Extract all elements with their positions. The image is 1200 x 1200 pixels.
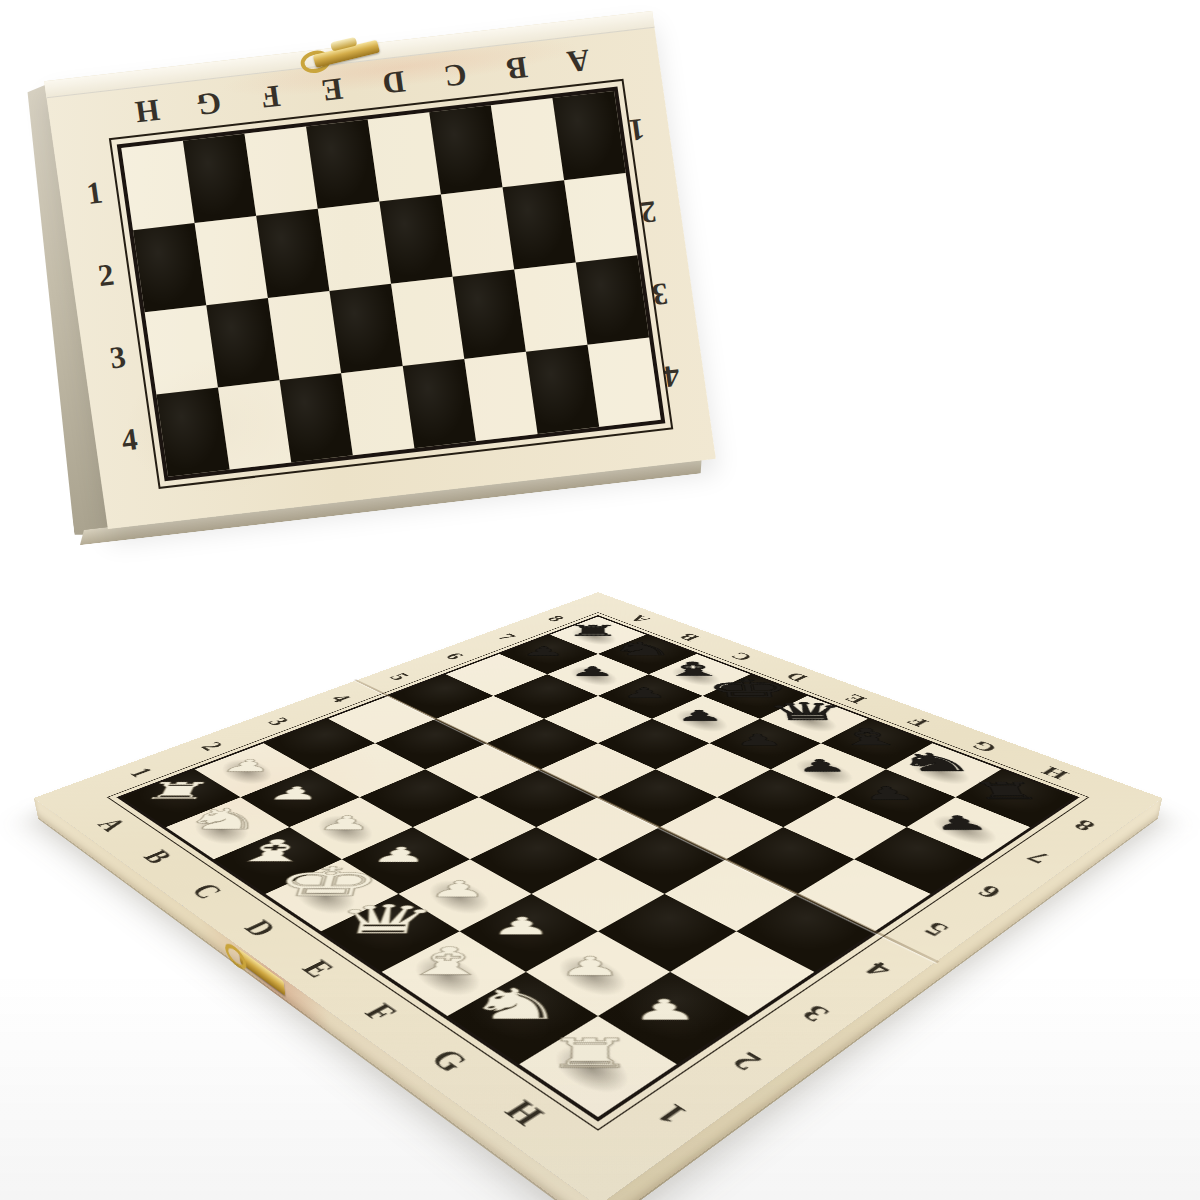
box-square-r2c6 bbox=[441, 187, 514, 276]
piece-shadow bbox=[612, 987, 723, 1055]
piece-shadow bbox=[335, 907, 434, 964]
piece-shadow bbox=[412, 871, 508, 924]
box-square-r3c5 bbox=[391, 277, 464, 366]
square-g3 bbox=[598, 894, 736, 972]
piece-white-pawn-d2: ♟ bbox=[321, 847, 477, 863]
box-file-label-G: G bbox=[175, 81, 242, 126]
piece-black-pawn-e7: ♟ bbox=[692, 734, 827, 746]
piece-white-bishop-c1: ♝ bbox=[193, 839, 353, 863]
square-e3 bbox=[470, 827, 598, 894]
square-d1: ♚ bbox=[265, 859, 398, 931]
square-f2: ♟ bbox=[460, 894, 598, 972]
box-square-r1c4 bbox=[306, 119, 379, 208]
square-g6 bbox=[783, 797, 906, 859]
square-f4 bbox=[598, 827, 726, 894]
box-square-r1c5 bbox=[368, 112, 441, 201]
box-square-r2c3 bbox=[256, 209, 329, 298]
box-square-r3c1 bbox=[145, 305, 218, 394]
square-c2: ♟ bbox=[289, 797, 412, 859]
piece-black-pawn-b7: ♟ bbox=[532, 666, 653, 676]
piece-white-pawn-f2: ♟ bbox=[438, 917, 604, 936]
box-square-r2c1 bbox=[133, 223, 206, 312]
box-rank-label-left-2: 2 bbox=[82, 232, 129, 318]
piece-white-queen-e1: ♛ bbox=[299, 904, 469, 935]
box-square-r3c8 bbox=[576, 255, 649, 344]
box-square-r1c3 bbox=[244, 127, 317, 216]
box-square-r4c5 bbox=[403, 359, 476, 448]
square-h2: ♟ bbox=[598, 972, 749, 1064]
square-g4 bbox=[665, 859, 798, 931]
piece-white-knight-g1: ♞ bbox=[424, 988, 604, 1021]
chess-set-photo: HGFEDCBA 1234 1234 ABCDEFGH ABCDEFGH 876… bbox=[0, 0, 1200, 1200]
piece-white-pawn-e2: ♟ bbox=[377, 880, 537, 897]
piece-white-king-d1: ♚ bbox=[244, 866, 410, 897]
square-c1: ♝ bbox=[214, 827, 342, 894]
square-f1: ♝ bbox=[382, 931, 526, 1016]
piece-white-pawn-h2: ♟ bbox=[575, 999, 755, 1021]
piece-shadow bbox=[279, 871, 373, 924]
box-square-r4c2 bbox=[218, 380, 291, 469]
piece-shadow bbox=[227, 838, 317, 887]
box-square-r3c7 bbox=[514, 262, 587, 351]
piece-shadow bbox=[534, 1032, 649, 1106]
box-square-r4c1 bbox=[156, 387, 229, 476]
piece-white-pawn-a2: ♟ bbox=[176, 759, 318, 772]
piece-black-pawn-f7: ♟ bbox=[751, 759, 891, 772]
box-file-label-H: H bbox=[114, 88, 181, 133]
piece-shadow bbox=[540, 945, 646, 1007]
piece-shadow bbox=[462, 987, 571, 1055]
square-d3 bbox=[413, 797, 536, 859]
box-square-r2c7 bbox=[503, 180, 576, 269]
square-h6 bbox=[854, 827, 982, 894]
piece-white-pawn-b2: ♟ bbox=[221, 786, 368, 800]
box-square-r2c5 bbox=[379, 194, 452, 283]
square-h7: ♟ bbox=[907, 797, 1030, 859]
box-file-label-E: E bbox=[299, 67, 366, 112]
box-square-r1c1 bbox=[121, 141, 194, 230]
piece-black-pawn-h7: ♟ bbox=[884, 815, 1037, 830]
box-square-r4c3 bbox=[280, 373, 353, 462]
square-h5 bbox=[798, 859, 931, 931]
box-half-board-grid bbox=[121, 91, 661, 477]
square-d2: ♟ bbox=[342, 827, 470, 894]
piece-shadow bbox=[473, 907, 573, 964]
box-square-r1c6 bbox=[429, 105, 502, 194]
box-file-label-F: F bbox=[237, 74, 304, 119]
box-file-label-B: B bbox=[483, 46, 550, 91]
square-h4 bbox=[736, 894, 874, 972]
closed-chess-box: HGFEDCBA 1234 1234 bbox=[44, 11, 716, 529]
square-e4 bbox=[536, 797, 659, 859]
piece-white-rook-h1: ♜ bbox=[495, 1038, 684, 1069]
box-square-r2c2 bbox=[195, 216, 268, 305]
square-g5 bbox=[726, 827, 854, 894]
square-f5 bbox=[660, 797, 783, 859]
piece-white-knight-b1: ♞ bbox=[145, 808, 301, 830]
box-rank-label-left-4: 4 bbox=[106, 396, 153, 482]
piece-black-pawn-d7: ♟ bbox=[635, 710, 765, 722]
box-square-r3c2 bbox=[206, 298, 279, 387]
piece-white-pawn-c2: ♟ bbox=[269, 815, 420, 830]
box-square-r3c4 bbox=[329, 284, 402, 373]
square-h3 bbox=[670, 931, 814, 1016]
piece-black-pawn-g7: ♟ bbox=[816, 786, 962, 800]
box-rank-label-left-1: 1 bbox=[71, 150, 118, 236]
piece-black-pawn-c7: ♟ bbox=[582, 687, 707, 698]
piece-white-bishop-f1: ♝ bbox=[359, 947, 534, 977]
box-square-r1c8 bbox=[552, 91, 625, 180]
box-square-r4c8 bbox=[588, 338, 661, 427]
piece-black-pawn-a7: ♟ bbox=[484, 646, 602, 656]
open-chess-board: ABCDEFGH ABCDEFGH 87654321 87654321 ♜♞♝♚… bbox=[34, 592, 1163, 1200]
piece-shadow bbox=[355, 838, 446, 887]
box-square-r4c6 bbox=[464, 352, 537, 441]
board-frame: ♜♞♝♚♛♝♞♜♟♟♟♟♟♟♟♟♟♟♟♟♟♟♟♟♜♞♝♚♛♝♞♜ bbox=[107, 612, 1090, 1130]
open-board-face: ABCDEFGH ABCDEFGH 87654321 87654321 ♜♞♝♚… bbox=[34, 592, 1163, 1200]
box-square-r2c4 bbox=[318, 202, 391, 291]
box-square-r2c8 bbox=[564, 173, 637, 262]
box-rank-label-left-3: 3 bbox=[94, 314, 141, 400]
square-g2: ♟ bbox=[526, 931, 670, 1016]
closed-box-face: HGFEDCBA 1234 1234 bbox=[44, 11, 716, 529]
square-f3 bbox=[531, 859, 664, 931]
box-file-label-D: D bbox=[360, 60, 427, 105]
box-file-label-A: A bbox=[545, 38, 612, 83]
piece-white-pawn-g2: ♟ bbox=[504, 956, 677, 977]
board-grid: ♜♞♝♚♛♝♞♜♟♟♟♟♟♟♟♟♟♟♟♟♟♟♟♟♜♞♝♚♛♝♞♜ bbox=[121, 617, 1075, 1118]
square-b1: ♞ bbox=[166, 797, 289, 859]
square-e1: ♛ bbox=[321, 894, 459, 972]
piece-black-rook-a8: ♜ bbox=[535, 625, 650, 637]
square-e2: ♟ bbox=[398, 859, 531, 931]
box-square-r3c3 bbox=[268, 291, 341, 380]
box-square-r4c4 bbox=[341, 366, 414, 455]
box-square-r1c2 bbox=[183, 134, 256, 223]
box-file-label-C: C bbox=[422, 53, 489, 98]
box-square-r3c6 bbox=[453, 270, 526, 359]
box-board-frame bbox=[109, 79, 673, 489]
box-square-r1c7 bbox=[491, 98, 564, 187]
box-square-r4c7 bbox=[526, 345, 599, 434]
piece-shadow bbox=[396, 945, 500, 1007]
square-g1: ♞ bbox=[447, 972, 598, 1064]
